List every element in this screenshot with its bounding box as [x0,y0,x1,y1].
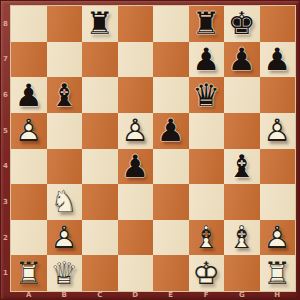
black-queen: ♛ [192,80,220,111]
square-h3[interactable] [260,184,296,220]
board-frame: 87654321 ♜♜♚♟♟♟♟♝♛♟♙♟♙♟♟♙♟♝♞♘♟♙♝♗♝♗♟♙♜♖♛… [0,0,300,300]
piece-outline: ♘ [50,186,78,217]
square-b2[interactable]: ♟♙ [47,220,83,256]
black-pawn: ♟ [263,44,291,75]
square-f6[interactable]: ♛ [189,77,225,113]
black-pawn: ♟ [121,151,149,182]
square-e6[interactable] [153,77,189,113]
piece-outline: ♙ [263,115,291,146]
file-label: G [224,291,260,300]
square-f4[interactable] [189,149,225,185]
file-label: E [153,291,189,300]
square-c4[interactable] [82,149,118,185]
square-f3[interactable] [189,184,225,220]
black-pawn: ♟ [192,44,220,75]
square-d6[interactable] [118,77,154,113]
square-h8[interactable] [260,6,296,42]
square-g1[interactable] [224,255,260,291]
piece-outline: ♙ [121,115,149,146]
file-label: H [260,291,296,300]
white-bishop: ♝♗ [228,222,256,253]
rank-label: 1 [0,255,11,291]
piece-outline: ♖ [263,258,291,289]
file-label: B [47,291,83,300]
piece-outline: ♔ [192,258,220,289]
black-king: ♚ [228,8,256,39]
rank-label: 2 [0,220,11,256]
white-pawn: ♟♙ [15,115,43,146]
rank-label: 7 [0,42,11,78]
square-c1[interactable] [82,255,118,291]
square-a1[interactable]: ♜♖ [11,255,47,291]
white-rook: ♜♖ [263,258,291,289]
square-d5[interactable]: ♟♙ [118,113,154,149]
white-queen: ♛♕ [50,258,78,289]
rank-label: 5 [0,113,11,149]
file-label: D [118,291,154,300]
white-pawn: ♟♙ [263,115,291,146]
square-b4[interactable] [47,149,83,185]
black-pawn: ♟ [228,44,256,75]
black-rook: ♜ [192,8,220,39]
white-bishop: ♝♗ [192,222,220,253]
square-a3[interactable] [11,184,47,220]
square-d2[interactable] [118,220,154,256]
rank-labels: 87654321 [0,6,11,291]
square-h1[interactable]: ♜♖ [260,255,296,291]
square-f5[interactable] [189,113,225,149]
square-a4[interactable] [11,149,47,185]
piece-outline: ♗ [192,222,220,253]
piece-outline: ♖ [15,258,43,289]
rank-label: 4 [0,149,11,185]
square-d1[interactable] [118,255,154,291]
piece-outline: ♙ [50,222,78,253]
square-e3[interactable] [153,184,189,220]
white-king: ♚♔ [192,258,220,289]
black-rook: ♜ [86,8,114,39]
square-c6[interactable] [82,77,118,113]
black-pawn: ♟ [157,115,185,146]
square-d7[interactable] [118,42,154,78]
square-a6[interactable]: ♟ [11,77,47,113]
square-d4[interactable]: ♟ [118,149,154,185]
square-g7[interactable]: ♟ [224,42,260,78]
square-f2[interactable]: ♝♗ [189,220,225,256]
square-c8[interactable]: ♜ [82,6,118,42]
rank-label: 6 [0,77,11,113]
square-d3[interactable] [118,184,154,220]
chess-board: ♜♜♚♟♟♟♟♝♛♟♙♟♙♟♟♙♟♝♞♘♟♙♝♗♝♗♟♙♜♖♛♕♚♔♜♖ [11,6,295,291]
square-b7[interactable] [47,42,83,78]
square-e7[interactable] [153,42,189,78]
square-b1[interactable]: ♛♕ [47,255,83,291]
square-a7[interactable] [11,42,47,78]
square-e5[interactable]: ♟ [153,113,189,149]
square-h7[interactable]: ♟ [260,42,296,78]
square-b3[interactable]: ♞♘ [47,184,83,220]
square-f1[interactable]: ♚♔ [189,255,225,291]
file-label: A [11,291,47,300]
black-bishop: ♝ [50,80,78,111]
square-g2[interactable]: ♝♗ [224,220,260,256]
square-a8[interactable] [11,6,47,42]
square-f8[interactable]: ♜ [189,6,225,42]
square-g5[interactable] [224,113,260,149]
square-e8[interactable] [153,6,189,42]
square-e4[interactable] [153,149,189,185]
piece-outline: ♙ [15,115,43,146]
piece-outline: ♕ [50,258,78,289]
square-e1[interactable] [153,255,189,291]
square-e2[interactable] [153,220,189,256]
piece-outline: ♙ [263,222,291,253]
square-h4[interactable] [260,149,296,185]
file-labels: ABCDEFGH [11,291,295,300]
white-knight: ♞♘ [50,186,78,217]
square-g3[interactable] [224,184,260,220]
square-a5[interactable]: ♟♙ [11,113,47,149]
square-b6[interactable]: ♝ [47,77,83,113]
file-label: C [82,291,118,300]
square-d8[interactable] [118,6,154,42]
white-pawn: ♟♙ [263,222,291,253]
white-pawn: ♟♙ [50,222,78,253]
square-h6[interactable] [260,77,296,113]
black-pawn: ♟ [15,80,43,111]
square-h2[interactable]: ♟♙ [260,220,296,256]
square-h5[interactable]: ♟♙ [260,113,296,149]
piece-outline: ♗ [228,222,256,253]
square-b8[interactable] [47,6,83,42]
rank-label: 8 [0,6,11,42]
square-g8[interactable]: ♚ [224,6,260,42]
square-g4[interactable]: ♝ [224,149,260,185]
black-bishop: ♝ [228,151,256,182]
rank-label: 3 [0,184,11,220]
square-c7[interactable] [82,42,118,78]
file-label: F [189,291,225,300]
square-c2[interactable] [82,220,118,256]
square-b5[interactable] [47,113,83,149]
square-f7[interactable]: ♟ [189,42,225,78]
square-c5[interactable] [82,113,118,149]
white-rook: ♜♖ [15,258,43,289]
square-c3[interactable] [82,184,118,220]
white-pawn: ♟♙ [121,115,149,146]
square-a2[interactable] [11,220,47,256]
square-g6[interactable] [224,77,260,113]
